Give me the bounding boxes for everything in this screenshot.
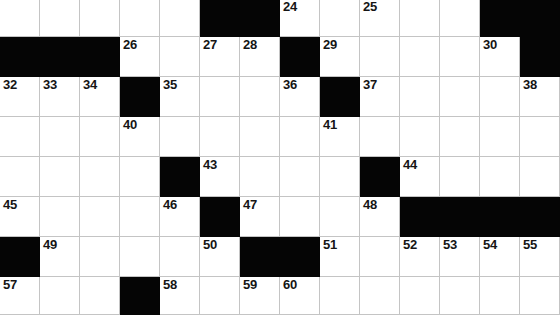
clue-number-43: 43 [203, 158, 217, 171]
clue-number-25: 25 [363, 0, 377, 13]
white-cell-r1c9[interactable] [320, 0, 360, 37]
white-cell-r8c1[interactable]: 57 [0, 277, 40, 315]
white-cell-r4c13[interactable] [480, 117, 520, 157]
black-cell-r1c13 [480, 0, 520, 37]
white-cell-r3c14[interactable]: 38 [520, 77, 560, 117]
white-cell-r1c2[interactable] [40, 0, 80, 37]
black-cell-r3c4 [120, 77, 160, 117]
white-cell-r7c12[interactable]: 53 [440, 237, 480, 277]
white-cell-r6c5[interactable]: 46 [160, 197, 200, 237]
black-cell-r6c13 [480, 197, 520, 237]
clue-number-29: 29 [323, 38, 337, 51]
white-cell-r6c3[interactable] [80, 197, 120, 237]
black-cell-r5c10 [360, 157, 400, 197]
clue-number-41: 41 [323, 118, 337, 131]
white-cell-r1c12[interactable] [440, 0, 480, 37]
white-cell-r4c2[interactable] [40, 117, 80, 157]
clue-number-48: 48 [363, 198, 377, 211]
white-cell-r4c9[interactable]: 41 [320, 117, 360, 157]
white-cell-r6c4[interactable] [120, 197, 160, 237]
white-cell-r1c5[interactable] [160, 0, 200, 37]
white-cell-r7c9[interactable]: 51 [320, 237, 360, 277]
black-cell-r1c6 [200, 0, 240, 37]
white-cell-r8c11[interactable] [400, 277, 440, 315]
white-cell-r4c8[interactable] [280, 117, 320, 157]
clue-number-51: 51 [323, 238, 337, 251]
black-cell-r6c14 [520, 197, 560, 237]
black-cell-r2c14 [520, 37, 560, 77]
white-cell-r3c5[interactable]: 35 [160, 77, 200, 117]
white-cell-r4c5[interactable] [160, 117, 200, 157]
white-cell-r3c8[interactable]: 36 [280, 77, 320, 117]
black-cell-r1c14 [520, 0, 560, 37]
white-cell-r3c11[interactable] [400, 77, 440, 117]
white-cell-r6c9[interactable] [320, 197, 360, 237]
crossword-board: 2425262728293032333435363738404143444546… [0, 0, 560, 315]
white-cell-r7c4[interactable] [120, 237, 160, 277]
white-cell-r8c2[interactable] [40, 277, 80, 315]
clue-number-27: 27 [203, 38, 217, 51]
white-cell-r6c2[interactable] [40, 197, 80, 237]
white-cell-r4c10[interactable] [360, 117, 400, 157]
white-cell-r5c12[interactable] [440, 157, 480, 197]
white-cell-r8c5[interactable]: 58 [160, 277, 200, 315]
clue-number-32: 32 [3, 78, 17, 91]
white-cell-r3c13[interactable] [480, 77, 520, 117]
white-cell-r5c13[interactable] [480, 157, 520, 197]
white-cell-r3c6[interactable] [200, 77, 240, 117]
white-cell-r8c12[interactable] [440, 277, 480, 315]
black-cell-r6c6 [200, 197, 240, 237]
black-cell-r6c11 [400, 197, 440, 237]
clue-number-33: 33 [43, 78, 57, 91]
clue-number-35: 35 [163, 78, 177, 91]
clue-number-40: 40 [123, 118, 137, 131]
black-cell-r2c8 [280, 37, 320, 77]
white-cell-r8c7[interactable]: 59 [240, 277, 280, 315]
clue-number-54: 54 [483, 238, 497, 251]
white-cell-r5c4[interactable] [120, 157, 160, 197]
white-cell-r5c1[interactable] [0, 157, 40, 197]
white-cell-r5c9[interactable] [320, 157, 360, 197]
white-cell-r1c1[interactable] [0, 0, 40, 37]
black-cell-r1c7 [240, 0, 280, 37]
black-cell-r3c9 [320, 77, 360, 117]
white-cell-r5c11[interactable]: 44 [400, 157, 440, 197]
white-cell-r1c4[interactable] [120, 0, 160, 37]
white-cell-r8c13[interactable] [480, 277, 520, 315]
black-cell-r8c4 [120, 277, 160, 315]
white-cell-r1c10[interactable]: 25 [360, 0, 400, 37]
white-cell-r2c4[interactable]: 26 [120, 37, 160, 77]
white-cell-r1c3[interactable] [80, 0, 120, 37]
white-cell-r4c14[interactable] [520, 117, 560, 157]
clue-number-26: 26 [123, 38, 137, 51]
white-cell-r4c11[interactable] [400, 117, 440, 157]
black-cell-r7c1 [0, 237, 40, 277]
white-cell-r2c12[interactable] [440, 37, 480, 77]
clue-number-49: 49 [43, 238, 57, 251]
white-cell-r5c8[interactable] [280, 157, 320, 197]
white-cell-r3c7[interactable] [240, 77, 280, 117]
white-cell-r5c3[interactable] [80, 157, 120, 197]
clue-number-55: 55 [523, 238, 537, 251]
clue-number-36: 36 [283, 78, 297, 91]
clue-number-58: 58 [163, 278, 177, 291]
white-cell-r4c4[interactable]: 40 [120, 117, 160, 157]
white-cell-r8c14[interactable] [520, 277, 560, 315]
white-cell-r7c10[interactable] [360, 237, 400, 277]
clue-number-30: 30 [483, 38, 497, 51]
white-cell-r6c7[interactable]: 47 [240, 197, 280, 237]
white-cell-r6c10[interactable]: 48 [360, 197, 400, 237]
clue-number-38: 38 [523, 78, 537, 91]
white-cell-r2c11[interactable] [400, 37, 440, 77]
black-cell-r2c3 [80, 37, 120, 77]
white-cell-r8c3[interactable] [80, 277, 120, 315]
white-cell-r7c2[interactable]: 49 [40, 237, 80, 277]
black-cell-r2c2 [40, 37, 80, 77]
white-cell-r7c6[interactable]: 50 [200, 237, 240, 277]
white-cell-r4c7[interactable] [240, 117, 280, 157]
clue-number-28: 28 [243, 38, 257, 51]
white-cell-r8c10[interactable] [360, 277, 400, 315]
black-cell-r2c1 [0, 37, 40, 77]
white-cell-r5c14[interactable] [520, 157, 560, 197]
white-cell-r3c10[interactable]: 37 [360, 77, 400, 117]
clue-number-50: 50 [203, 238, 217, 251]
clue-number-44: 44 [403, 158, 417, 171]
white-cell-r4c12[interactable] [440, 117, 480, 157]
white-cell-r4c1[interactable] [0, 117, 40, 157]
black-cell-r6c12 [440, 197, 480, 237]
clue-number-59: 59 [243, 278, 257, 291]
black-cell-r5c5 [160, 157, 200, 197]
clue-number-34: 34 [83, 78, 97, 91]
clue-number-52: 52 [403, 238, 417, 251]
clue-number-60: 60 [283, 278, 297, 291]
white-cell-r2c9[interactable]: 29 [320, 37, 360, 77]
white-cell-r6c1[interactable]: 45 [0, 197, 40, 237]
clue-number-37: 37 [363, 78, 377, 91]
white-cell-r5c6[interactable]: 43 [200, 157, 240, 197]
white-cell-r7c13[interactable]: 54 [480, 237, 520, 277]
white-cell-r7c14[interactable]: 55 [520, 237, 560, 277]
white-cell-r3c2[interactable]: 33 [40, 77, 80, 117]
clue-number-47: 47 [243, 198, 257, 211]
white-cell-r4c6[interactable] [200, 117, 240, 157]
white-cell-r2c7[interactable]: 28 [240, 37, 280, 77]
black-cell-r7c8 [280, 237, 320, 277]
white-cell-r7c11[interactable]: 52 [400, 237, 440, 277]
white-cell-r4c3[interactable] [80, 117, 120, 157]
white-cell-r7c5[interactable] [160, 237, 200, 277]
white-cell-r8c9[interactable] [320, 277, 360, 315]
clue-number-24: 24 [283, 0, 297, 13]
white-cell-r8c6[interactable] [200, 277, 240, 315]
white-cell-r8c8[interactable]: 60 [280, 277, 320, 315]
white-cell-r3c1[interactable]: 32 [0, 77, 40, 117]
white-cell-r2c10[interactable] [360, 37, 400, 77]
clue-number-57: 57 [3, 278, 17, 291]
white-cell-r5c2[interactable] [40, 157, 80, 197]
clue-number-45: 45 [3, 198, 17, 211]
white-cell-r5c7[interactable] [240, 157, 280, 197]
white-cell-r2c6[interactable]: 27 [200, 37, 240, 77]
white-cell-r3c12[interactable] [440, 77, 480, 117]
white-cell-r2c13[interactable]: 30 [480, 37, 520, 77]
clue-number-46: 46 [163, 198, 177, 211]
white-cell-r1c11[interactable] [400, 0, 440, 37]
white-cell-r1c8[interactable]: 24 [280, 0, 320, 37]
white-cell-r2c5[interactable] [160, 37, 200, 77]
white-cell-r3c3[interactable]: 34 [80, 77, 120, 117]
white-cell-r7c3[interactable] [80, 237, 120, 277]
black-cell-r7c7 [240, 237, 280, 277]
white-cell-r6c8[interactable] [280, 197, 320, 237]
clue-number-53: 53 [443, 238, 457, 251]
